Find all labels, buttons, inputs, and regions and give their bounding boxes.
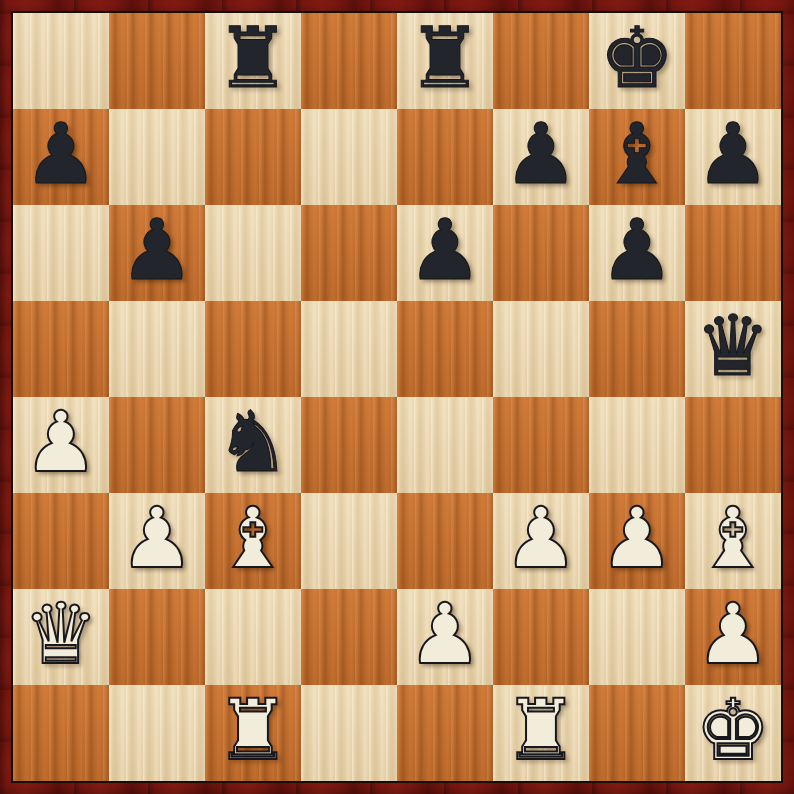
- square-a2[interactable]: ♛: [13, 589, 109, 685]
- square-e8[interactable]: ♜: [397, 13, 493, 109]
- square-d8[interactable]: [301, 13, 397, 109]
- white-pawn-a4[interactable]: ♟: [23, 397, 98, 490]
- square-h4[interactable]: [685, 397, 781, 493]
- square-f6[interactable]: [493, 205, 589, 301]
- square-b7[interactable]: [109, 109, 205, 205]
- white-pawn-f3[interactable]: ♟: [503, 493, 578, 586]
- square-c8[interactable]: ♜: [205, 13, 301, 109]
- square-g5[interactable]: [589, 301, 685, 397]
- square-e3[interactable]: [397, 493, 493, 589]
- square-e1[interactable]: [397, 685, 493, 781]
- black-pawn-h7[interactable]: ♟: [695, 109, 770, 202]
- chess-board: ♜♜♚♟♟♝♟♟♟♟♛♟♞♟♝♟♟♝♛♟♟♜♜♚: [13, 13, 781, 781]
- black-knight-c4[interactable]: ♞: [215, 397, 290, 490]
- square-e5[interactable]: [397, 301, 493, 397]
- square-b3[interactable]: ♟: [109, 493, 205, 589]
- square-g2[interactable]: [589, 589, 685, 685]
- square-b2[interactable]: [109, 589, 205, 685]
- square-b6[interactable]: ♟: [109, 205, 205, 301]
- square-f1[interactable]: ♜: [493, 685, 589, 781]
- square-e6[interactable]: ♟: [397, 205, 493, 301]
- square-h7[interactable]: ♟: [685, 109, 781, 205]
- square-d1[interactable]: [301, 685, 397, 781]
- white-queen-a2[interactable]: ♛: [23, 589, 98, 682]
- square-h5[interactable]: ♛: [685, 301, 781, 397]
- square-f3[interactable]: ♟: [493, 493, 589, 589]
- square-h1[interactable]: ♚: [685, 685, 781, 781]
- square-c3[interactable]: ♝: [205, 493, 301, 589]
- white-rook-f1[interactable]: ♜: [503, 685, 578, 778]
- black-pawn-g6[interactable]: ♟: [599, 205, 674, 298]
- square-a3[interactable]: [13, 493, 109, 589]
- square-g6[interactable]: ♟: [589, 205, 685, 301]
- black-pawn-f7[interactable]: ♟: [503, 109, 578, 202]
- square-c6[interactable]: [205, 205, 301, 301]
- square-d4[interactable]: [301, 397, 397, 493]
- square-c4[interactable]: ♞: [205, 397, 301, 493]
- square-f7[interactable]: ♟: [493, 109, 589, 205]
- square-g1[interactable]: [589, 685, 685, 781]
- square-b8[interactable]: [109, 13, 205, 109]
- square-d7[interactable]: [301, 109, 397, 205]
- black-pawn-b6[interactable]: ♟: [119, 205, 194, 298]
- square-a8[interactable]: [13, 13, 109, 109]
- square-d3[interactable]: [301, 493, 397, 589]
- square-f2[interactable]: [493, 589, 589, 685]
- white-bishop-h3[interactable]: ♝: [695, 493, 770, 586]
- white-rook-c1[interactable]: ♜: [215, 685, 290, 778]
- square-d6[interactable]: [301, 205, 397, 301]
- square-g3[interactable]: ♟: [589, 493, 685, 589]
- square-f8[interactable]: [493, 13, 589, 109]
- square-a5[interactable]: [13, 301, 109, 397]
- square-g4[interactable]: [589, 397, 685, 493]
- black-pawn-e6[interactable]: ♟: [407, 205, 482, 298]
- square-c1[interactable]: ♜: [205, 685, 301, 781]
- square-b4[interactable]: [109, 397, 205, 493]
- square-c7[interactable]: [205, 109, 301, 205]
- square-a6[interactable]: [13, 205, 109, 301]
- square-b1[interactable]: [109, 685, 205, 781]
- white-pawn-b3[interactable]: ♟: [119, 493, 194, 586]
- square-c5[interactable]: [205, 301, 301, 397]
- square-b5[interactable]: [109, 301, 205, 397]
- black-queen-h5[interactable]: ♛: [695, 301, 770, 394]
- square-e2[interactable]: ♟: [397, 589, 493, 685]
- black-king-g8[interactable]: ♚: [599, 13, 674, 106]
- white-king-h1[interactable]: ♚: [695, 685, 770, 778]
- white-bishop-c3[interactable]: ♝: [215, 493, 290, 586]
- black-bishop-g7[interactable]: ♝: [599, 109, 674, 202]
- square-g8[interactable]: ♚: [589, 13, 685, 109]
- white-pawn-h2[interactable]: ♟: [695, 589, 770, 682]
- square-e4[interactable]: [397, 397, 493, 493]
- square-g7[interactable]: ♝: [589, 109, 685, 205]
- square-h3[interactable]: ♝: [685, 493, 781, 589]
- square-h8[interactable]: [685, 13, 781, 109]
- square-h6[interactable]: [685, 205, 781, 301]
- square-d2[interactable]: [301, 589, 397, 685]
- black-rook-e8[interactable]: ♜: [407, 13, 482, 106]
- black-pawn-a7[interactable]: ♟: [23, 109, 98, 202]
- board-frame: ♜♜♚♟♟♝♟♟♟♟♛♟♞♟♝♟♟♝♛♟♟♜♜♚: [0, 0, 794, 794]
- white-pawn-g3[interactable]: ♟: [599, 493, 674, 586]
- square-e7[interactable]: [397, 109, 493, 205]
- square-a1[interactable]: [13, 685, 109, 781]
- black-rook-c8[interactable]: ♜: [215, 13, 290, 106]
- white-pawn-e2[interactable]: ♟: [407, 589, 482, 682]
- square-f5[interactable]: [493, 301, 589, 397]
- square-h2[interactable]: ♟: [685, 589, 781, 685]
- square-a4[interactable]: ♟: [13, 397, 109, 493]
- square-f4[interactable]: [493, 397, 589, 493]
- square-a7[interactable]: ♟: [13, 109, 109, 205]
- square-c2[interactable]: [205, 589, 301, 685]
- square-d5[interactable]: [301, 301, 397, 397]
